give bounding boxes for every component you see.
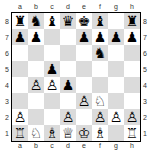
chess-diagram: abcdefgh 87654321 ♜♞♝♛♚♝♜♟♟♟♟♟♟♞♟♙♙♟♙♘♙♙… xyxy=(0,0,150,150)
file-label: d xyxy=(60,142,76,149)
white-pawn-icon: ♙ xyxy=(110,109,123,125)
square-d8[interactable]: ♛ xyxy=(60,13,76,29)
white-knight-icon: ♘ xyxy=(94,93,107,109)
square-f5[interactable] xyxy=(92,61,108,77)
square-c8[interactable]: ♝ xyxy=(44,13,60,29)
square-e1[interactable]: ♔ xyxy=(76,125,92,141)
black-pawn-icon: ♟ xyxy=(30,29,43,45)
square-g4[interactable] xyxy=(108,77,124,93)
rank-label: 6 xyxy=(141,50,150,57)
square-f1[interactable]: ♗ xyxy=(92,125,108,141)
square-f2[interactable]: ♙ xyxy=(92,109,108,125)
rank-label: 2 xyxy=(141,114,150,121)
white-pawn-icon: ♙ xyxy=(126,109,139,125)
file-label: d xyxy=(60,3,76,10)
square-g8[interactable] xyxy=(108,13,124,29)
square-c2[interactable] xyxy=(44,109,60,125)
square-b1[interactable]: ♘ xyxy=(28,125,44,141)
file-label: h xyxy=(124,3,140,10)
square-d6[interactable] xyxy=(60,45,76,61)
corner-spacer xyxy=(141,0,150,12)
rank-labels-right: 87654321 xyxy=(141,12,150,142)
square-b8[interactable]: ♞ xyxy=(28,13,44,29)
square-f7[interactable]: ♟ xyxy=(92,29,108,45)
black-queen-icon: ♛ xyxy=(62,13,75,29)
white-rook-icon: ♖ xyxy=(126,125,139,141)
file-label: f xyxy=(92,142,108,149)
square-g7[interactable]: ♟ xyxy=(108,29,124,45)
square-h3[interactable] xyxy=(124,93,140,109)
square-g2[interactable]: ♙ xyxy=(108,109,124,125)
square-b3[interactable] xyxy=(28,93,44,109)
chess-diagram-page: abcdefgh 87654321 ♜♞♝♛♚♝♜♟♟♟♟♟♟♞♟♙♙♟♙♘♙♙… xyxy=(0,0,150,150)
square-h6[interactable] xyxy=(124,45,140,61)
white-pawn-icon: ♙ xyxy=(62,109,75,125)
square-e8[interactable]: ♚ xyxy=(76,13,92,29)
square-a2[interactable]: ♙ xyxy=(12,109,28,125)
black-knight-icon: ♞ xyxy=(94,45,107,61)
white-pawn-icon: ♙ xyxy=(94,109,107,125)
square-d3[interactable] xyxy=(60,93,76,109)
white-bishop-icon: ♗ xyxy=(46,125,59,141)
corner-spacer xyxy=(141,142,150,150)
square-d1[interactable]: ♕ xyxy=(60,125,76,141)
file-label: e xyxy=(76,3,92,10)
rank-label: 6 xyxy=(0,50,11,57)
square-e7[interactable]: ♟ xyxy=(76,29,92,45)
square-b5[interactable] xyxy=(28,61,44,77)
file-label: e xyxy=(76,142,92,149)
square-c1[interactable]: ♗ xyxy=(44,125,60,141)
black-pawn-icon: ♟ xyxy=(94,29,107,45)
file-label: c xyxy=(44,3,60,10)
square-h4[interactable] xyxy=(124,77,140,93)
file-label: h xyxy=(124,142,140,149)
square-f6[interactable]: ♞ xyxy=(92,45,108,61)
square-b6[interactable] xyxy=(28,45,44,61)
black-pawn-icon: ♟ xyxy=(46,61,59,77)
rank-label: 7 xyxy=(141,34,150,41)
square-h1[interactable]: ♖ xyxy=(124,125,140,141)
file-label: b xyxy=(28,142,44,149)
corner-spacer xyxy=(0,142,11,150)
white-knight-icon: ♘ xyxy=(30,125,43,141)
square-h5[interactable] xyxy=(124,61,140,77)
file-label: b xyxy=(28,3,44,10)
square-a8[interactable]: ♜ xyxy=(12,13,28,29)
rank-label: 5 xyxy=(0,66,11,73)
square-e3[interactable]: ♙ xyxy=(76,93,92,109)
square-b2[interactable] xyxy=(28,109,44,125)
file-labels-top: abcdefgh xyxy=(11,0,141,12)
square-g5[interactable] xyxy=(108,61,124,77)
white-queen-icon: ♕ xyxy=(62,125,75,141)
black-rook-icon: ♜ xyxy=(126,13,139,29)
square-c6[interactable] xyxy=(44,45,60,61)
square-e6[interactable] xyxy=(76,45,92,61)
square-d7[interactable] xyxy=(60,29,76,45)
rank-label: 8 xyxy=(141,18,150,25)
square-c3[interactable] xyxy=(44,93,60,109)
square-b7[interactable]: ♟ xyxy=(28,29,44,45)
rank-label: 1 xyxy=(0,130,11,137)
rank-label: 2 xyxy=(0,114,11,121)
file-label: a xyxy=(12,3,28,10)
black-pawn-icon: ♟ xyxy=(14,29,27,45)
black-king-icon: ♚ xyxy=(78,13,91,29)
file-labels-bottom: abcdefgh xyxy=(11,142,141,150)
square-g1[interactable] xyxy=(108,125,124,141)
square-f8[interactable]: ♝ xyxy=(92,13,108,29)
square-a7[interactable]: ♟ xyxy=(12,29,28,45)
white-rook-icon: ♖ xyxy=(14,125,27,141)
square-a3[interactable] xyxy=(12,93,28,109)
rank-label: 4 xyxy=(0,82,11,89)
file-label: f xyxy=(92,3,108,10)
file-label: g xyxy=(108,142,124,149)
black-pawn-icon: ♟ xyxy=(78,29,91,45)
rank-label: 8 xyxy=(0,18,11,25)
rank-label: 3 xyxy=(0,98,11,105)
rank-label: 4 xyxy=(141,82,150,89)
black-pawn-icon: ♟ xyxy=(126,29,139,45)
square-h2[interactable]: ♙ xyxy=(124,109,140,125)
black-rook-icon: ♜ xyxy=(14,13,27,29)
square-e2[interactable] xyxy=(76,109,92,125)
file-label: g xyxy=(108,3,124,10)
square-d2[interactable]: ♙ xyxy=(60,109,76,125)
white-pawn-icon: ♙ xyxy=(30,77,43,93)
square-a4[interactable] xyxy=(12,77,28,93)
file-label: c xyxy=(44,142,60,149)
white-pawn-icon: ♙ xyxy=(78,93,91,109)
rank-label: 5 xyxy=(141,66,150,73)
black-bishop-icon: ♝ xyxy=(94,13,107,29)
rank-label: 3 xyxy=(141,98,150,105)
rank-label: 1 xyxy=(141,130,150,137)
square-c4[interactable]: ♙ xyxy=(44,77,60,93)
square-e4[interactable] xyxy=(76,77,92,93)
white-king-icon: ♔ xyxy=(78,125,91,141)
square-c7[interactable] xyxy=(44,29,60,45)
black-bishop-icon: ♝ xyxy=(46,13,59,29)
square-d4[interactable]: ♟ xyxy=(60,77,76,93)
black-pawn-icon: ♟ xyxy=(62,77,75,93)
square-b4[interactable]: ♙ xyxy=(28,77,44,93)
square-d5[interactable] xyxy=(60,61,76,77)
square-e5[interactable] xyxy=(76,61,92,77)
white-pawn-icon: ♙ xyxy=(46,77,59,93)
square-c5[interactable]: ♟ xyxy=(44,61,60,77)
corner-spacer xyxy=(0,0,11,12)
square-g3[interactable] xyxy=(108,93,124,109)
square-a6[interactable] xyxy=(12,45,28,61)
chess-board: ♜♞♝♛♚♝♜♟♟♟♟♟♟♞♟♙♙♟♙♘♙♙♙♙♙♖♘♗♕♔♗♖ xyxy=(11,12,141,142)
file-label: a xyxy=(12,142,28,149)
square-a5[interactable] xyxy=(12,61,28,77)
black-knight-icon: ♞ xyxy=(30,13,43,29)
square-a1[interactable]: ♖ xyxy=(12,125,28,141)
rank-label: 7 xyxy=(0,34,11,41)
square-g6[interactable] xyxy=(108,45,124,61)
white-bishop-icon: ♗ xyxy=(94,125,107,141)
square-f3[interactable]: ♘ xyxy=(92,93,108,109)
square-h8[interactable]: ♜ xyxy=(124,13,140,29)
rank-labels-left: 87654321 xyxy=(0,12,11,142)
white-pawn-icon: ♙ xyxy=(14,109,27,125)
square-f4[interactable] xyxy=(92,77,108,93)
black-pawn-icon: ♟ xyxy=(110,29,123,45)
square-h7[interactable]: ♟ xyxy=(124,29,140,45)
